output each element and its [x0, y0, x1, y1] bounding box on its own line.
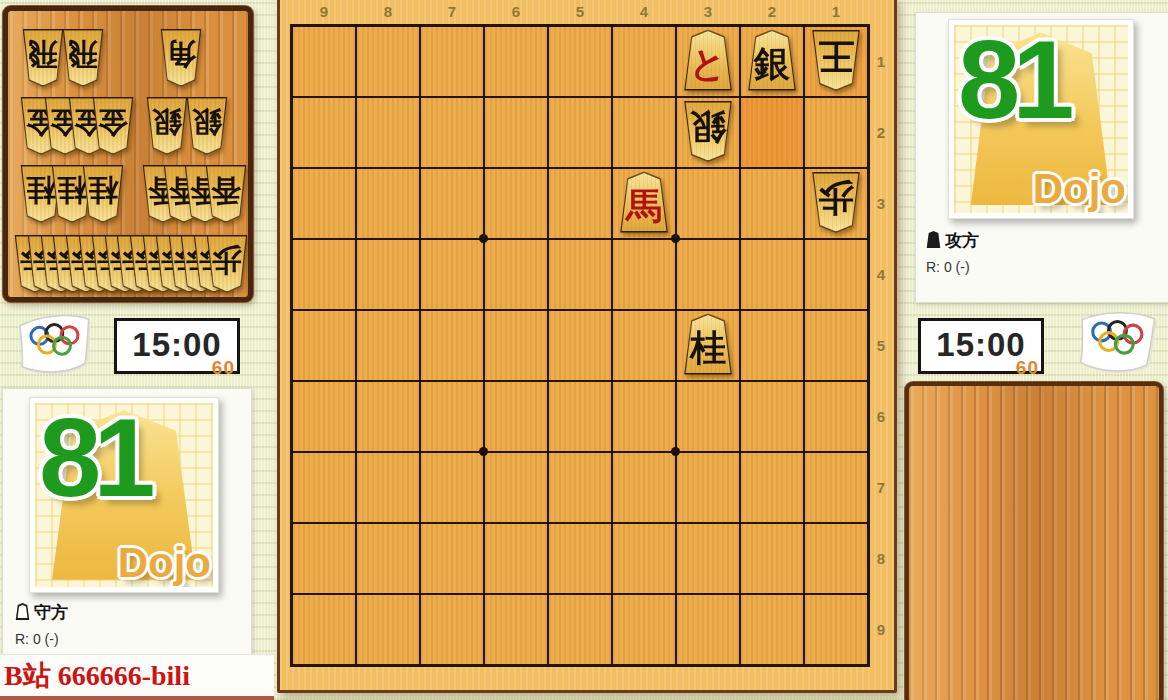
logo-81-text: 81 [958, 25, 1067, 144]
black-piece-icon [926, 231, 941, 248]
star-point [479, 234, 488, 243]
sente-rating: R: 0 (-) [926, 259, 970, 275]
square-86[interactable] [357, 382, 419, 451]
piece-銀[interactable]: 銀 [184, 97, 230, 155]
gote-hand-tray[interactable]: 飛飛角金金金金銀銀桂桂桂香香香香歩歩歩歩歩歩歩歩歩歩歩歩歩歩歩歩 [3, 6, 253, 302]
piece-body: 角 [158, 29, 204, 87]
piece-body: 金 [90, 97, 136, 155]
square-82[interactable] [357, 98, 419, 167]
piece-glyph: 金 [90, 97, 136, 155]
white-piece-icon [15, 603, 30, 620]
square-44[interactable] [613, 240, 675, 309]
rank-label: 9 [872, 621, 890, 638]
square-48[interactable] [613, 524, 675, 593]
square-98[interactable] [293, 524, 355, 593]
square-87[interactable] [357, 453, 419, 522]
square-17[interactable] [805, 453, 867, 522]
banner-bottom-edge [0, 696, 274, 700]
gote-clock: 15:00 60 [114, 318, 240, 374]
square-26[interactable] [741, 382, 803, 451]
rank-label: 7 [872, 479, 890, 496]
square-22[interactable] [741, 98, 803, 167]
piece-body: 歩 [204, 235, 250, 293]
square-75[interactable] [421, 311, 483, 380]
square-16[interactable] [805, 382, 867, 451]
square-74[interactable] [421, 240, 483, 309]
logo-dojo-text: Dojo [118, 539, 211, 587]
square-38[interactable] [677, 524, 739, 593]
square-93[interactable] [293, 169, 355, 238]
square-81[interactable] [357, 27, 419, 96]
square-46[interactable] [613, 382, 675, 451]
sente-clock-time: 15:00 [936, 326, 1025, 363]
square-25[interactable] [741, 311, 803, 380]
square-63[interactable] [485, 169, 547, 238]
piece-glyph: と [681, 30, 735, 91]
81dojo-game-screen: 飛飛角金金金金銀銀桂桂桂香香香香歩歩歩歩歩歩歩歩歩歩歩歩歩歩歩歩 と銀王銀馬歩桂… [0, 0, 1168, 700]
piece-香[interactable]: 香 [203, 165, 249, 223]
square-34[interactable] [677, 240, 739, 309]
file-label: 5 [549, 3, 611, 20]
square-78[interactable] [421, 524, 483, 593]
banner-strip: B站 666666-bili [0, 654, 274, 697]
file-label: 9 [293, 3, 355, 20]
piece-glyph: 飛 [60, 29, 106, 87]
gote-rating: R: 0 (-) [15, 631, 59, 647]
logo-dojo-text: Dojo [1033, 165, 1126, 213]
sente-byoyomi: 60 [1016, 358, 1039, 377]
square-91[interactable] [293, 27, 355, 96]
piece-body: 銀 [681, 101, 735, 162]
piece-glyph: 香 [203, 165, 249, 223]
piece-glyph: 桂 [681, 314, 735, 375]
rank-label: 3 [872, 195, 890, 212]
piece-桂[interactable]: 桂 [80, 165, 126, 223]
sente-player-name[interactable]: 攻方 [926, 229, 979, 252]
piece-body: 香 [203, 165, 249, 223]
star-point [671, 447, 680, 456]
square-58[interactable] [549, 524, 611, 593]
81dojo-avatar: 81 Dojo [29, 397, 219, 593]
sente-hand-tray[interactable] [905, 382, 1163, 700]
square-15[interactable] [805, 311, 867, 380]
star-point [479, 447, 488, 456]
piece-body: 銀 [184, 97, 230, 155]
square-88[interactable] [357, 524, 419, 593]
square-54[interactable] [549, 240, 611, 309]
rank-label: 6 [872, 408, 890, 425]
square-76[interactable] [421, 382, 483, 451]
square-89[interactable] [357, 595, 419, 664]
rank-label: 1 [872, 53, 890, 70]
square-62[interactable] [485, 98, 547, 167]
square-94[interactable] [293, 240, 355, 309]
piece-body: 銀 [745, 30, 799, 91]
square-99[interactable] [293, 595, 355, 664]
square-79[interactable] [421, 595, 483, 664]
rank-label: 4 [872, 266, 890, 283]
square-39[interactable] [677, 595, 739, 664]
gote-clock-time: 15:00 [132, 326, 221, 363]
square-19[interactable] [805, 595, 867, 664]
piece-glyph: 歩 [809, 172, 863, 233]
sente-player-card: 81 Dojo 攻方 R: 0 (-) [915, 12, 1168, 303]
file-label: 3 [677, 3, 739, 20]
piece-銀[interactable]: 銀 [681, 101, 735, 162]
sente-clock: 15:00 60 [918, 318, 1044, 374]
square-77[interactable] [421, 453, 483, 522]
gote-player-name[interactable]: 守方 [15, 601, 68, 624]
square-83[interactable] [357, 169, 419, 238]
rank-label: 2 [872, 124, 890, 141]
square-71[interactable] [421, 27, 483, 96]
piece-glyph: 歩 [204, 235, 250, 293]
81dojo-avatar: 81 Dojo [948, 19, 1134, 219]
file-label: 4 [613, 3, 675, 20]
piece-飛[interactable]: 飛 [60, 29, 106, 87]
piece-馬[interactable]: 馬 [617, 172, 671, 233]
square-37[interactable] [677, 453, 739, 522]
square-28[interactable] [741, 524, 803, 593]
square-57[interactable] [549, 453, 611, 522]
square-49[interactable] [613, 595, 675, 664]
piece-body: 桂 [80, 165, 126, 223]
piece-body: と [681, 30, 735, 91]
square-24[interactable] [741, 240, 803, 309]
square-14[interactable] [805, 240, 867, 309]
piece-glyph: 銀 [184, 97, 230, 155]
square-61[interactable] [485, 27, 547, 96]
piece-glyph: 角 [158, 29, 204, 87]
piece-body: 飛 [60, 29, 106, 87]
square-95[interactable] [293, 311, 355, 380]
piece-glyph: 銀 [745, 30, 799, 91]
square-84[interactable] [357, 240, 419, 309]
rank-label: 5 [872, 337, 890, 354]
square-23[interactable] [741, 169, 803, 238]
square-66[interactable] [485, 382, 547, 451]
gote-byoyomi: 60 [212, 358, 235, 377]
square-92[interactable] [293, 98, 355, 167]
square-47[interactable] [613, 453, 675, 522]
olympic-flag-icon [1073, 304, 1164, 383]
square-41[interactable] [613, 27, 675, 96]
square-52[interactable] [549, 98, 611, 167]
piece-と[interactable]: と [681, 30, 735, 91]
square-67[interactable] [485, 453, 547, 522]
square-56[interactable] [549, 382, 611, 451]
square-97[interactable] [293, 453, 355, 522]
piece-歩[interactable]: 歩 [204, 235, 250, 293]
star-point [671, 234, 680, 243]
piece-body: 王 [809, 30, 863, 91]
square-59[interactable] [549, 595, 611, 664]
logo-81-text: 81 [39, 403, 148, 522]
piece-銀[interactable]: 銀 [745, 30, 799, 91]
file-label: 8 [357, 3, 419, 20]
olympic-flag-icon [12, 308, 100, 384]
piece-body: 馬 [617, 172, 671, 233]
rank-label: 8 [872, 550, 890, 567]
piece-金[interactable]: 金 [90, 97, 136, 155]
square-65[interactable] [485, 311, 547, 380]
square-45[interactable] [613, 311, 675, 380]
square-51[interactable] [549, 27, 611, 96]
square-29[interactable] [741, 595, 803, 664]
square-12[interactable] [805, 98, 867, 167]
piece-glyph: 銀 [681, 101, 735, 162]
square-72[interactable] [421, 98, 483, 167]
piece-glyph: 桂 [80, 165, 126, 223]
piece-body: 桂 [681, 314, 735, 375]
square-55[interactable] [549, 311, 611, 380]
piece-glyph: 王 [809, 30, 863, 91]
square-33[interactable] [677, 169, 739, 238]
file-label: 1 [805, 3, 867, 20]
piece-桂[interactable]: 桂 [681, 314, 735, 375]
square-96[interactable] [293, 382, 355, 451]
square-18[interactable] [805, 524, 867, 593]
board-grid [290, 24, 870, 667]
file-label: 2 [741, 3, 803, 20]
file-label: 6 [485, 3, 547, 20]
piece-王[interactable]: 王 [809, 30, 863, 91]
piece-body: 歩 [809, 172, 863, 233]
piece-角[interactable]: 角 [158, 29, 204, 87]
shogi-board: と銀王銀馬歩桂 987654321123456789 [277, 0, 897, 693]
square-68[interactable] [485, 524, 547, 593]
piece-歩[interactable]: 歩 [809, 172, 863, 233]
square-73[interactable] [421, 169, 483, 238]
square-27[interactable] [741, 453, 803, 522]
bilibili-banner-text: B站 666666-bili [4, 657, 190, 695]
file-label: 7 [421, 3, 483, 20]
square-42[interactable] [613, 98, 675, 167]
square-85[interactable] [357, 311, 419, 380]
square-64[interactable] [485, 240, 547, 309]
square-36[interactable] [677, 382, 739, 451]
piece-glyph: 馬 [617, 172, 671, 233]
square-53[interactable] [549, 169, 611, 238]
square-69[interactable] [485, 595, 547, 664]
